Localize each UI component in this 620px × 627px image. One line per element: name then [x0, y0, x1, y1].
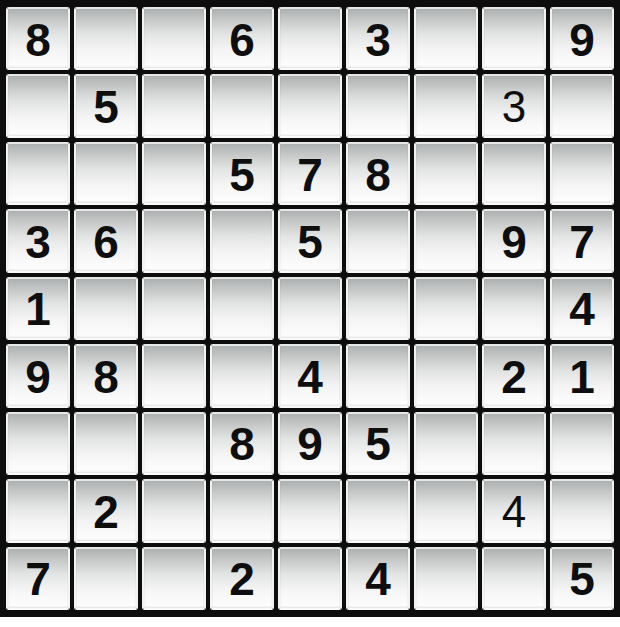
given-digit: 5 [365, 421, 391, 467]
cell-r2c4[interactable] [210, 74, 274, 137]
given-digit: 2 [93, 489, 119, 535]
cell-r6c3[interactable] [142, 344, 206, 407]
cell-r9c5[interactable] [278, 547, 342, 610]
given-digit: 5 [93, 84, 119, 130]
cell-r1c6[interactable]: 3 [346, 7, 410, 70]
cell-r6c4[interactable] [210, 344, 274, 407]
cell-r6c9[interactable]: 1 [550, 344, 614, 407]
given-digit: 4 [297, 354, 323, 400]
given-digit: 4 [365, 556, 391, 602]
given-digit: 3 [25, 219, 51, 265]
cell-r1c5[interactable] [278, 7, 342, 70]
given-digit: 5 [297, 219, 323, 265]
cell-r9c9[interactable]: 5 [550, 547, 614, 610]
cell-r1c1[interactable]: 8 [6, 7, 70, 70]
cell-r1c2[interactable] [74, 7, 138, 70]
cell-r1c9[interactable]: 9 [550, 7, 614, 70]
given-digit: 2 [229, 556, 255, 602]
cell-r8c5[interactable] [278, 479, 342, 542]
given-digit: 1 [569, 354, 595, 400]
cell-r6c8[interactable]: 2 [482, 344, 546, 407]
cell-r7c8[interactable] [482, 412, 546, 475]
cell-r2c2[interactable]: 5 [74, 74, 138, 137]
cell-r8c1[interactable] [6, 479, 70, 542]
given-digit: 7 [297, 152, 323, 198]
cell-r5c8[interactable] [482, 277, 546, 340]
cell-r8c6[interactable] [346, 479, 410, 542]
cell-r6c6[interactable] [346, 344, 410, 407]
cell-r3c2[interactable] [74, 142, 138, 205]
cell-r7c1[interactable] [6, 412, 70, 475]
cell-r2c1[interactable] [6, 74, 70, 137]
cell-r4c5[interactable]: 5 [278, 209, 342, 272]
given-digit: 5 [569, 556, 595, 602]
cell-r4c1[interactable]: 3 [6, 209, 70, 272]
cell-r8c8[interactable]: 4 [482, 479, 546, 542]
cell-r4c3[interactable] [142, 209, 206, 272]
cell-r8c4[interactable] [210, 479, 274, 542]
given-digit: 4 [569, 286, 595, 332]
entered-digit: 3 [502, 85, 526, 129]
cell-r3c3[interactable] [142, 142, 206, 205]
cell-r7c3[interactable] [142, 412, 206, 475]
given-digit: 7 [569, 219, 595, 265]
cell-r2c8[interactable]: 3 [482, 74, 546, 137]
cell-r3c4[interactable]: 5 [210, 142, 274, 205]
cell-r4c6[interactable] [346, 209, 410, 272]
cell-r3c1[interactable] [6, 142, 70, 205]
cell-r2c3[interactable] [142, 74, 206, 137]
cell-r4c4[interactable] [210, 209, 274, 272]
cell-r7c4[interactable]: 8 [210, 412, 274, 475]
cell-r2c5[interactable] [278, 74, 342, 137]
given-digit: 8 [229, 421, 255, 467]
cell-r6c7[interactable] [414, 344, 478, 407]
given-digit: 3 [365, 17, 391, 63]
cell-r2c6[interactable] [346, 74, 410, 137]
entered-digit: 4 [502, 490, 526, 534]
cell-r5c9[interactable]: 4 [550, 277, 614, 340]
given-digit: 8 [365, 152, 391, 198]
cell-r8c9[interactable] [550, 479, 614, 542]
cell-r9c8[interactable] [482, 547, 546, 610]
given-digit: 8 [93, 354, 119, 400]
cell-r2c7[interactable] [414, 74, 478, 137]
bottom-margin [0, 617, 620, 627]
cell-r6c5[interactable]: 4 [278, 344, 342, 407]
given-digit: 1 [25, 286, 51, 332]
cell-r5c6[interactable] [346, 277, 410, 340]
cell-r1c4[interactable]: 6 [210, 7, 274, 70]
cell-r7c6[interactable]: 5 [346, 412, 410, 475]
cell-r4c7[interactable] [414, 209, 478, 272]
given-digit: 5 [229, 152, 255, 198]
cell-r7c5[interactable]: 9 [278, 412, 342, 475]
cell-r9c4[interactable]: 2 [210, 547, 274, 610]
cell-r3c5[interactable]: 7 [278, 142, 342, 205]
cell-r3c7[interactable] [414, 142, 478, 205]
cell-r5c4[interactable] [210, 277, 274, 340]
cell-r7c7[interactable] [414, 412, 478, 475]
cell-r3c8[interactable] [482, 142, 546, 205]
given-digit: 9 [297, 421, 323, 467]
cell-r9c7[interactable] [414, 547, 478, 610]
cell-r1c3[interactable] [142, 7, 206, 70]
given-digit: 6 [229, 17, 255, 63]
given-digit: 6 [93, 219, 119, 265]
cell-r5c1[interactable]: 1 [6, 277, 70, 340]
sudoku-board: 863953578365971498421895247245 [0, 0, 620, 617]
cell-r7c9[interactable] [550, 412, 614, 475]
cell-r4c2[interactable]: 6 [74, 209, 138, 272]
cell-r7c2[interactable] [74, 412, 138, 475]
cell-r3c6[interactable]: 8 [346, 142, 410, 205]
cell-r1c8[interactable] [482, 7, 546, 70]
cell-r5c5[interactable] [278, 277, 342, 340]
given-digit: 9 [25, 354, 51, 400]
given-digit: 8 [25, 17, 51, 63]
cell-r9c3[interactable] [142, 547, 206, 610]
cell-r6c2[interactable]: 8 [74, 344, 138, 407]
cell-r4c9[interactable]: 7 [550, 209, 614, 272]
given-digit: 9 [501, 219, 527, 265]
cell-r5c7[interactable] [414, 277, 478, 340]
cell-r4c8[interactable]: 9 [482, 209, 546, 272]
cell-r2c9[interactable] [550, 74, 614, 137]
cell-r8c3[interactable] [142, 479, 206, 542]
cell-r9c6[interactable]: 4 [346, 547, 410, 610]
given-digit: 2 [501, 354, 527, 400]
cell-r5c2[interactable] [74, 277, 138, 340]
given-digit: 9 [569, 17, 595, 63]
cell-r8c2[interactable]: 2 [74, 479, 138, 542]
cell-r9c1[interactable]: 7 [6, 547, 70, 610]
cell-r6c1[interactable]: 9 [6, 344, 70, 407]
given-digit: 7 [25, 556, 51, 602]
cell-r3c9[interactable] [550, 142, 614, 205]
cell-r1c7[interactable] [414, 7, 478, 70]
cell-r8c7[interactable] [414, 479, 478, 542]
cell-r5c3[interactable] [142, 277, 206, 340]
cell-r9c2[interactable] [74, 547, 138, 610]
